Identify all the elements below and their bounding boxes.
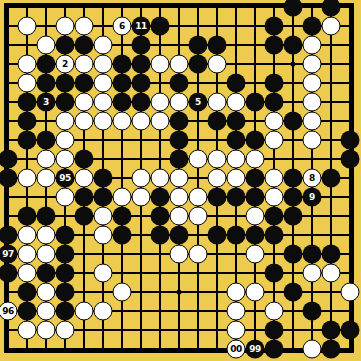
black-stone[interactable]	[303, 302, 322, 321]
white-stone[interactable]	[37, 169, 56, 188]
white-stone[interactable]	[94, 302, 113, 321]
black-stone[interactable]	[170, 226, 189, 245]
white-stone[interactable]	[208, 150, 227, 169]
black-stone[interactable]	[151, 188, 170, 207]
white-stone[interactable]	[208, 169, 227, 188]
white-stone[interactable]	[94, 264, 113, 283]
white-stone[interactable]	[132, 169, 151, 188]
white-stone[interactable]	[37, 226, 56, 245]
black-stone[interactable]	[132, 55, 151, 74]
black-stone[interactable]	[303, 17, 322, 36]
white-stone[interactable]	[265, 302, 284, 321]
white-stone[interactable]	[151, 93, 170, 112]
move-number-label: 6	[119, 22, 125, 31]
black-stone[interactable]	[75, 36, 94, 55]
black-stone[interactable]	[322, 245, 341, 264]
white-stone[interactable]	[303, 264, 322, 283]
black-stone[interactable]	[94, 188, 113, 207]
white-stone[interactable]	[227, 169, 246, 188]
black-stone[interactable]	[75, 207, 94, 226]
black-stone[interactable]	[132, 74, 151, 93]
move-number-label: 2	[62, 60, 68, 69]
black-stone[interactable]	[322, 321, 341, 340]
white-stone[interactable]	[170, 93, 189, 112]
black-stone[interactable]	[75, 150, 94, 169]
white-stone[interactable]	[170, 207, 189, 226]
white-stone[interactable]	[56, 150, 75, 169]
white-stone[interactable]	[56, 112, 75, 131]
white-stone[interactable]	[94, 112, 113, 131]
labeled-white-stone[interactable]: 00	[227, 340, 246, 359]
black-stone[interactable]	[284, 245, 303, 264]
labeled-white-stone[interactable]: 6	[113, 17, 132, 36]
move-number-label: 3	[43, 98, 49, 107]
black-stone[interactable]	[284, 188, 303, 207]
white-stone[interactable]	[18, 55, 37, 74]
move-number-label: 96	[2, 307, 14, 316]
black-stone[interactable]	[227, 131, 246, 150]
white-stone[interactable]	[246, 207, 265, 226]
black-stone[interactable]	[246, 169, 265, 188]
black-stone[interactable]	[151, 17, 170, 36]
star-point	[177, 290, 182, 295]
black-stone[interactable]	[113, 74, 132, 93]
white-stone[interactable]	[170, 245, 189, 264]
black-stone[interactable]	[37, 74, 56, 93]
black-stone[interactable]	[284, 169, 303, 188]
white-stone[interactable]	[303, 93, 322, 112]
white-stone[interactable]	[170, 55, 189, 74]
white-stone[interactable]	[189, 150, 208, 169]
white-stone[interactable]	[94, 207, 113, 226]
white-stone[interactable]	[94, 226, 113, 245]
black-stone[interactable]	[208, 226, 227, 245]
white-stone[interactable]	[189, 207, 208, 226]
white-stone[interactable]	[189, 188, 208, 207]
black-stone[interactable]	[265, 74, 284, 93]
white-stone[interactable]	[341, 283, 360, 302]
labeled-white-stone[interactable]: 8	[303, 169, 322, 188]
black-stone[interactable]	[341, 131, 360, 150]
white-stone[interactable]	[18, 245, 37, 264]
black-stone[interactable]	[284, 112, 303, 131]
labeled-white-stone[interactable]: 2	[56, 55, 75, 74]
white-stone[interactable]	[94, 55, 113, 74]
black-stone[interactable]	[94, 169, 113, 188]
black-stone[interactable]	[18, 131, 37, 150]
white-stone[interactable]	[75, 55, 94, 74]
black-stone[interactable]	[341, 321, 360, 340]
black-stone[interactable]	[56, 74, 75, 93]
black-stone[interactable]	[56, 283, 75, 302]
black-stone[interactable]	[37, 264, 56, 283]
black-stone[interactable]	[227, 112, 246, 131]
black-stone[interactable]	[265, 36, 284, 55]
white-stone[interactable]	[265, 169, 284, 188]
black-stone[interactable]	[113, 226, 132, 245]
black-stone[interactable]	[246, 131, 265, 150]
black-stone[interactable]	[18, 207, 37, 226]
white-stone[interactable]	[303, 55, 322, 74]
white-stone[interactable]	[151, 169, 170, 188]
white-stone[interactable]	[246, 245, 265, 264]
black-stone[interactable]	[227, 226, 246, 245]
move-number-label: 00	[230, 345, 242, 354]
black-stone[interactable]	[37, 55, 56, 74]
black-stone[interactable]	[265, 321, 284, 340]
black-stone[interactable]	[284, 36, 303, 55]
black-stone[interactable]	[189, 36, 208, 55]
white-stone[interactable]	[37, 321, 56, 340]
white-stone[interactable]	[113, 283, 132, 302]
white-stone[interactable]	[208, 93, 227, 112]
labeled-black-stone[interactable]: 3	[37, 93, 56, 112]
white-stone[interactable]	[227, 93, 246, 112]
white-stone[interactable]	[113, 112, 132, 131]
white-stone[interactable]	[246, 150, 265, 169]
white-stone[interactable]	[94, 36, 113, 55]
black-stone[interactable]	[208, 112, 227, 131]
white-stone[interactable]	[18, 169, 37, 188]
black-stone[interactable]	[208, 36, 227, 55]
white-stone[interactable]	[75, 112, 94, 131]
white-stone[interactable]	[18, 17, 37, 36]
white-stone[interactable]	[37, 302, 56, 321]
move-number-label: 99	[249, 345, 261, 354]
white-stone[interactable]	[18, 226, 37, 245]
white-stone[interactable]	[246, 283, 265, 302]
white-stone[interactable]	[37, 283, 56, 302]
black-stone[interactable]	[56, 264, 75, 283]
black-stone[interactable]	[170, 150, 189, 169]
white-stone[interactable]	[132, 112, 151, 131]
white-stone[interactable]	[132, 188, 151, 207]
white-stone[interactable]	[170, 188, 189, 207]
black-stone[interactable]	[56, 245, 75, 264]
black-stone[interactable]	[113, 93, 132, 112]
white-stone[interactable]	[75, 302, 94, 321]
black-stone[interactable]	[56, 93, 75, 112]
black-stone[interactable]	[170, 112, 189, 131]
white-stone[interactable]	[56, 131, 75, 150]
move-number-label: 9	[309, 193, 315, 202]
white-stone[interactable]	[303, 36, 322, 55]
white-stone[interactable]	[151, 55, 170, 74]
go-board-screenshot: 611235958997960099	[0, 0, 361, 361]
black-stone[interactable]	[265, 226, 284, 245]
black-stone[interactable]	[37, 131, 56, 150]
black-stone[interactable]	[18, 283, 37, 302]
black-stone[interactable]	[56, 226, 75, 245]
black-stone[interactable]	[113, 207, 132, 226]
white-stone[interactable]	[322, 17, 341, 36]
white-stone[interactable]	[322, 264, 341, 283]
black-stone[interactable]	[284, 283, 303, 302]
white-stone[interactable]	[303, 340, 322, 359]
black-stone[interactable]	[18, 93, 37, 112]
white-stone[interactable]	[56, 321, 75, 340]
black-stone[interactable]	[151, 226, 170, 245]
white-stone[interactable]	[227, 150, 246, 169]
move-number-label: 8	[309, 174, 315, 183]
black-stone[interactable]	[18, 302, 37, 321]
black-stone[interactable]	[246, 188, 265, 207]
black-stone[interactable]	[132, 36, 151, 55]
black-stone[interactable]	[265, 207, 284, 226]
go-board[interactable]: 611235958997960099	[0, 0, 361, 361]
black-stone[interactable]	[265, 264, 284, 283]
black-stone[interactable]	[265, 93, 284, 112]
white-stone[interactable]	[18, 74, 37, 93]
black-stone[interactable]	[151, 207, 170, 226]
labeled-black-stone[interactable]: 95	[56, 169, 75, 188]
black-stone[interactable]	[227, 74, 246, 93]
move-number-label: 97	[2, 250, 14, 259]
black-stone[interactable]	[56, 36, 75, 55]
white-stone[interactable]	[113, 188, 132, 207]
white-stone[interactable]	[56, 188, 75, 207]
white-stone[interactable]	[189, 245, 208, 264]
white-stone[interactable]	[37, 36, 56, 55]
black-stone[interactable]	[246, 226, 265, 245]
white-stone[interactable]	[265, 188, 284, 207]
white-stone[interactable]	[303, 112, 322, 131]
star-point	[291, 62, 296, 67]
labeled-black-stone[interactable]: 99	[246, 340, 265, 359]
black-stone[interactable]	[170, 74, 189, 93]
white-stone[interactable]	[265, 131, 284, 150]
labeled-black-stone[interactable]: 11	[132, 17, 151, 36]
labeled-black-stone[interactable]: 5	[189, 93, 208, 112]
white-stone[interactable]	[37, 245, 56, 264]
white-stone[interactable]	[75, 169, 94, 188]
black-stone[interactable]	[132, 93, 151, 112]
black-stone[interactable]	[265, 340, 284, 359]
black-stone[interactable]	[56, 302, 75, 321]
white-stone[interactable]	[94, 93, 113, 112]
black-stone[interactable]	[37, 207, 56, 226]
black-stone[interactable]	[75, 188, 94, 207]
black-stone[interactable]	[341, 150, 360, 169]
black-stone[interactable]	[284, 207, 303, 226]
move-number-label: 11	[135, 22, 147, 31]
black-stone[interactable]	[18, 112, 37, 131]
white-stone[interactable]	[18, 264, 37, 283]
black-stone[interactable]	[170, 131, 189, 150]
white-stone[interactable]	[75, 17, 94, 36]
black-stone[interactable]	[208, 188, 227, 207]
move-number-label: 5	[195, 98, 201, 107]
white-stone[interactable]	[265, 112, 284, 131]
black-stone[interactable]	[113, 55, 132, 74]
white-stone[interactable]	[56, 17, 75, 36]
white-stone[interactable]	[170, 169, 189, 188]
white-stone[interactable]	[303, 131, 322, 150]
white-stone[interactable]	[37, 150, 56, 169]
white-stone[interactable]	[94, 74, 113, 93]
white-stone[interactable]	[303, 74, 322, 93]
white-stone[interactable]	[208, 55, 227, 74]
move-number-label: 95	[59, 174, 71, 183]
white-stone[interactable]	[227, 283, 246, 302]
black-stone[interactable]	[189, 55, 208, 74]
white-stone[interactable]	[75, 93, 94, 112]
labeled-black-stone[interactable]: 9	[303, 188, 322, 207]
white-stone[interactable]	[18, 321, 37, 340]
white-stone[interactable]	[227, 302, 246, 321]
black-stone[interactable]	[265, 17, 284, 36]
white-stone[interactable]	[151, 112, 170, 131]
black-stone[interactable]	[246, 93, 265, 112]
black-stone[interactable]	[322, 340, 341, 359]
white-stone[interactable]	[227, 321, 246, 340]
black-stone[interactable]	[75, 74, 94, 93]
black-stone[interactable]	[322, 169, 341, 188]
black-stone[interactable]	[303, 245, 322, 264]
black-stone[interactable]	[227, 188, 246, 207]
